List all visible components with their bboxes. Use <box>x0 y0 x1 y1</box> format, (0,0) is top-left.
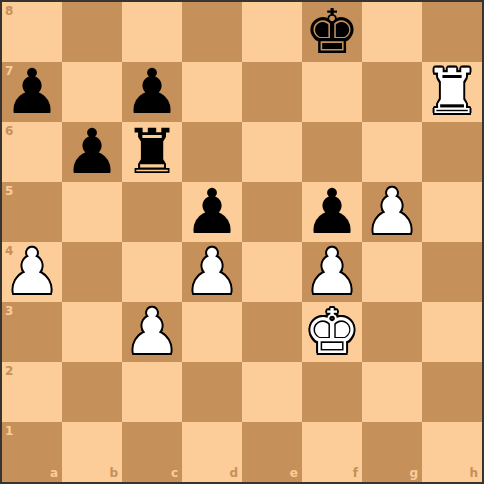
square-c7[interactable]: ♟ <box>122 62 182 122</box>
square-g5[interactable]: ♟ <box>362 182 422 242</box>
black-pawn[interactable]: ♟ <box>122 62 182 122</box>
square-g6[interactable] <box>362 122 422 182</box>
white-pawn[interactable]: ♟ <box>122 302 182 362</box>
square-c3[interactable]: ♟ <box>122 302 182 362</box>
file-label-e: e <box>290 467 298 479</box>
square-f4[interactable]: ♟ <box>302 242 362 302</box>
square-h7[interactable]: ♜ <box>422 62 482 122</box>
square-c8[interactable] <box>122 2 182 62</box>
square-h8[interactable] <box>422 2 482 62</box>
square-e7[interactable] <box>242 62 302 122</box>
square-h1[interactable]: h <box>422 422 482 482</box>
square-a4[interactable]: 4♟ <box>2 242 62 302</box>
white-pawn[interactable]: ♟ <box>2 242 62 302</box>
square-e1[interactable]: e <box>242 422 302 482</box>
square-f7[interactable] <box>302 62 362 122</box>
rank-label-3: 3 <box>5 305 13 317</box>
square-h5[interactable] <box>422 182 482 242</box>
square-h4[interactable] <box>422 242 482 302</box>
chess-board: 8♚7♟♟♜6♟♜5♟♟♟4♟♟♟3♟♚21abcdefgh <box>2 2 482 482</box>
square-h2[interactable] <box>422 362 482 422</box>
square-c4[interactable] <box>122 242 182 302</box>
rank-label-6: 6 <box>5 125 13 137</box>
file-label-b: b <box>109 467 118 479</box>
square-f2[interactable] <box>302 362 362 422</box>
square-b2[interactable] <box>62 362 122 422</box>
square-b4[interactable] <box>62 242 122 302</box>
white-pawn[interactable]: ♟ <box>302 242 362 302</box>
square-a1[interactable]: 1a <box>2 422 62 482</box>
square-c5[interactable] <box>122 182 182 242</box>
square-g2[interactable] <box>362 362 422 422</box>
square-a5[interactable]: 5 <box>2 182 62 242</box>
square-a7[interactable]: 7♟ <box>2 62 62 122</box>
square-b7[interactable] <box>62 62 122 122</box>
black-rook[interactable]: ♜ <box>122 122 182 182</box>
square-f5[interactable]: ♟ <box>302 182 362 242</box>
square-e4[interactable] <box>242 242 302 302</box>
black-pawn[interactable]: ♟ <box>182 182 242 242</box>
square-f8[interactable]: ♚ <box>302 2 362 62</box>
square-a6[interactable]: 6 <box>2 122 62 182</box>
square-f3[interactable]: ♚ <box>302 302 362 362</box>
square-a8[interactable]: 8 <box>2 2 62 62</box>
square-e2[interactable] <box>242 362 302 422</box>
square-c1[interactable]: c <box>122 422 182 482</box>
square-h3[interactable] <box>422 302 482 362</box>
square-b5[interactable] <box>62 182 122 242</box>
square-c2[interactable] <box>122 362 182 422</box>
square-e8[interactable] <box>242 2 302 62</box>
rank-label-8: 8 <box>5 5 13 17</box>
file-label-g: g <box>409 467 418 479</box>
rank-label-2: 2 <box>5 365 13 377</box>
square-e6[interactable] <box>242 122 302 182</box>
file-label-c: c <box>171 467 178 479</box>
file-label-d: d <box>229 467 238 479</box>
chess-board-frame: 8♚7♟♟♜6♟♜5♟♟♟4♟♟♟3♟♚21abcdefgh <box>0 0 484 484</box>
file-label-f: f <box>353 467 358 479</box>
square-b8[interactable] <box>62 2 122 62</box>
square-d4[interactable]: ♟ <box>182 242 242 302</box>
square-a2[interactable]: 2 <box>2 362 62 422</box>
square-d8[interactable] <box>182 2 242 62</box>
square-g3[interactable] <box>362 302 422 362</box>
black-pawn[interactable]: ♟ <box>62 122 122 182</box>
square-d7[interactable] <box>182 62 242 122</box>
square-g8[interactable] <box>362 2 422 62</box>
square-d6[interactable] <box>182 122 242 182</box>
square-g7[interactable] <box>362 62 422 122</box>
black-king[interactable]: ♚ <box>302 2 362 62</box>
file-label-a: a <box>50 467 58 479</box>
square-e5[interactable] <box>242 182 302 242</box>
square-d2[interactable] <box>182 362 242 422</box>
black-pawn[interactable]: ♟ <box>302 182 362 242</box>
square-b6[interactable]: ♟ <box>62 122 122 182</box>
white-pawn[interactable]: ♟ <box>182 242 242 302</box>
rank-label-5: 5 <box>5 185 13 197</box>
black-pawn[interactable]: ♟ <box>2 62 62 122</box>
white-pawn[interactable]: ♟ <box>362 182 422 242</box>
square-g4[interactable] <box>362 242 422 302</box>
square-d3[interactable] <box>182 302 242 362</box>
square-b1[interactable]: b <box>62 422 122 482</box>
file-label-h: h <box>469 467 478 479</box>
square-b3[interactable] <box>62 302 122 362</box>
square-e3[interactable] <box>242 302 302 362</box>
square-f6[interactable] <box>302 122 362 182</box>
square-f1[interactable]: f <box>302 422 362 482</box>
square-a3[interactable]: 3 <box>2 302 62 362</box>
square-d1[interactable]: d <box>182 422 242 482</box>
white-rook[interactable]: ♜ <box>422 62 482 122</box>
square-g1[interactable]: g <box>362 422 422 482</box>
white-king[interactable]: ♚ <box>302 302 362 362</box>
square-d5[interactable]: ♟ <box>182 182 242 242</box>
square-h6[interactable] <box>422 122 482 182</box>
rank-label-1: 1 <box>5 425 13 437</box>
square-c6[interactable]: ♜ <box>122 122 182 182</box>
